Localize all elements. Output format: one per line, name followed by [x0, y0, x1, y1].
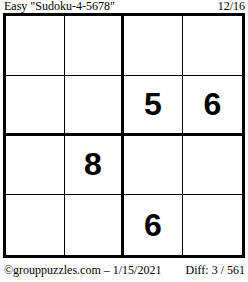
- header: Easy "Sudoku-4-5678" 12/16: [4, 0, 245, 13]
- footer: ©grouppuzzles.com – 1/15/2021 Diff: 3 / …: [4, 263, 245, 278]
- cell-r4c3: 6: [124, 195, 183, 255]
- cell-r2c1[interactable]: [6, 76, 65, 136]
- cell-r2c4: 6: [183, 76, 242, 136]
- cell-r3c2: 8: [65, 136, 124, 196]
- page-number: 12/16: [218, 0, 245, 13]
- cell-r2c2[interactable]: [65, 76, 124, 136]
- copyright-text: ©grouppuzzles.com – 1/15/2021: [4, 263, 161, 277]
- cell-r1c4[interactable]: [183, 16, 242, 76]
- cell-r4c1[interactable]: [6, 195, 65, 255]
- cell-r4c2[interactable]: [65, 195, 124, 255]
- puzzle-title: Easy "Sudoku-4-5678": [4, 0, 115, 13]
- difficulty-text: Diff: 3 / 561: [186, 263, 245, 277]
- cell-r3c1[interactable]: [6, 136, 65, 196]
- cell-r4c4[interactable]: [183, 195, 242, 255]
- given-digit: 5: [144, 86, 162, 123]
- given-digit: 6: [204, 86, 222, 123]
- cell-r3c4[interactable]: [183, 136, 242, 196]
- cell-r1c3[interactable]: [124, 16, 183, 76]
- given-digit: 6: [144, 207, 162, 244]
- cell-r1c1[interactable]: [6, 16, 65, 76]
- cell-r1c2[interactable]: [65, 16, 124, 76]
- sudoku-board: 5686: [3, 13, 245, 258]
- given-digit: 8: [84, 146, 102, 183]
- cell-r3c3[interactable]: [124, 136, 183, 196]
- cell-r2c3: 5: [124, 76, 183, 136]
